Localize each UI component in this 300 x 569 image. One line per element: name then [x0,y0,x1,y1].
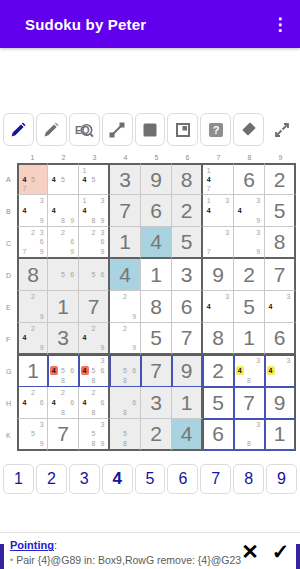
pencil-marks: 37 [204,228,232,256]
row-label: G [4,355,17,387]
mark-slot [112,366,120,375]
mark-slot: 5 [121,430,129,438]
hint-accept-button[interactable]: ✓ [272,541,290,562]
cell-value: 7 [265,259,294,290]
cell-A6[interactable]: 8 [172,163,203,195]
cell-E5[interactable]: 8 [141,291,172,323]
cell-value: 8 [172,165,201,194]
col-label: 6 [172,150,203,163]
pencil-marks: 34 [266,356,293,385]
cell-H9[interactable]: 9 [265,387,296,419]
cell-B8[interactable]: 349 [234,195,265,227]
col-label: 1 [17,150,48,163]
pen-tool-button[interactable] [3,113,34,146]
mark-slot [205,293,213,302]
mark-slot [112,312,120,321]
mark-slot [38,176,46,184]
cell-value: 4 [172,419,201,449]
mark-slot: 5 [59,270,67,279]
cell-E8[interactable]: 5 [234,291,265,323]
cell-G3[interactable]: 34568 [79,355,110,387]
mark-slot [254,430,262,438]
mark-slot [214,216,222,225]
cell-A5[interactable]: 9 [141,163,172,195]
mark-slot [99,389,107,398]
expand-arrows-icon [272,120,292,140]
mark-slot: 7 [205,247,213,255]
cell-D3[interactable]: 56 [79,259,110,291]
numpad-button-3[interactable]: 3 [69,464,100,494]
mark-slot: 6 [130,398,138,407]
toolbar: EQ ? [0,113,300,146]
mark-slot [245,421,253,429]
mark-slot [21,325,29,333]
mark-slot [59,247,67,255]
mark-slot [21,238,29,246]
mark-slot: 4 [267,366,275,375]
mark-slot [38,185,46,193]
cell-G7[interactable]: 2 [203,355,234,387]
mark-slot [99,167,107,175]
cell-F3[interactable]: 249 [79,323,110,355]
mark-slot [21,430,29,438]
mark-slot [29,408,37,417]
mark-slot [29,398,37,407]
mark-slot: 6 [99,398,107,407]
mark-slot [112,302,120,311]
mark-slot [38,167,46,175]
pencil-marks: 34 [266,292,293,321]
mark-slot [130,334,138,342]
mark-slot [223,312,231,321]
cell-B6[interactable]: 2 [172,195,203,227]
cell-value: 6 [172,291,201,322]
search-eq-icon: EQ [73,120,95,140]
cell-G9[interactable]: 34 [265,355,296,387]
cell-H3[interactable]: 2468 [79,387,110,419]
cell-D6[interactable]: 3 [172,259,203,291]
cell-E1[interactable]: 29 [17,291,48,323]
mark-slot: 4 [81,176,89,184]
pencil-marks: 348 [235,356,263,385]
eraser-icon [239,120,259,140]
mark-slot: 3 [99,357,107,366]
mark-slot [21,408,29,417]
mark-slot: 9 [38,247,46,255]
sudoku-board: 123456789A4574514539814762B3494891348976… [4,150,300,451]
mark-slot [130,357,138,366]
mark-slot [130,421,138,429]
cell-value: 9 [265,387,294,418]
hint-technique-link[interactable]: Pointing [10,539,54,551]
cell-F4[interactable]: 29 [110,323,141,355]
mark-slot [112,293,120,302]
mark-slot: 4 [205,206,213,215]
mark-slot: 4 [81,334,89,342]
cell-H7[interactable]: 5 [203,387,234,419]
mark-slot [90,343,98,351]
cell-C8[interactable]: 39 [234,227,265,259]
mark-slot: 9 [68,216,76,225]
mark-slot: 6 [99,238,107,246]
mark-slot: 4 [21,176,29,184]
cell-K2[interactable]: 7 [48,419,79,451]
mark-slot [29,206,37,215]
cell-value: 7 [234,387,264,418]
mark-slot [38,325,46,333]
cell-value: 5 [234,291,264,322]
numpad-button-2[interactable]: 2 [36,464,67,494]
mark-slot: 3 [99,229,107,237]
cell-B1[interactable]: 349 [17,195,48,227]
cell-K3[interactable]: 3589 [79,419,110,451]
cell-E2[interactable]: 1 [48,291,79,323]
mark-slot [214,197,222,206]
mark-slot [21,216,29,225]
cell-value: 8 [19,259,47,290]
cell-G2[interactable]: 4568 [48,355,79,387]
mark-slot [214,302,222,311]
cell-A3[interactable]: 145 [79,163,110,195]
mark-slot: 9 [130,343,138,351]
mark-slot [29,421,37,429]
mark-slot: 2 [90,229,98,237]
mark-slot: 2 [29,293,37,302]
mark-slot [236,439,244,447]
mark-slot: 1 [81,167,89,175]
mark-slot [50,408,58,417]
mark-slot [90,357,98,366]
mark-slot: 4 [21,206,29,215]
cell-A4[interactable]: 3 [110,163,141,195]
pencil-marks: 3589 [80,420,107,448]
cell-K8[interactable]: 38 [234,419,265,451]
pencil-marks: 359 [20,420,46,448]
pencil-marks: 2468 [80,388,107,417]
mark-slot: 2 [59,389,67,398]
cell-E9[interactable]: 34 [265,291,296,323]
mark-slot [276,293,284,302]
mark-slot [81,280,89,289]
cell-value: 1 [19,355,47,386]
hint-detail: Pair {4}@G89 in: Box9,RowG remove: {4}@G… [16,554,241,567]
hint-tool-button[interactable]: ? [200,113,231,146]
cell-G8[interactable]: 348 [234,355,265,387]
mark-slot [90,261,98,270]
cell-K4[interactable]: 58 [110,419,141,451]
mark-slot: 4 [50,366,58,375]
pencil-tool-button[interactable] [36,113,67,146]
cell-F2[interactable]: 3 [48,323,79,355]
mark-slot [223,167,231,175]
cell-value: 3 [110,165,140,194]
mark-slot [276,312,284,321]
mark-slot [254,206,262,215]
app-title: Sudoku by Peter [25,16,268,33]
mark-slot [236,430,244,438]
mark-slot: 4 [236,366,244,375]
mark-slot [285,312,293,321]
mark-slot: 3 [38,197,46,206]
mark-slot [21,421,29,429]
numpad-button-5[interactable]: 5 [135,464,166,494]
mark-slot [236,229,244,237]
mark-slot [81,247,89,255]
numpad-button-1[interactable]: 1 [3,464,34,494]
mark-slot [112,439,120,447]
cell-value: 6 [234,165,264,194]
cell-value: 5 [172,227,201,257]
mark-slot [205,238,213,246]
mark-slot [81,270,89,279]
pencil-marks: 145 [80,166,107,193]
cell-D5[interactable]: 1 [141,259,172,291]
cell-H6[interactable]: 1 [172,387,203,419]
mark-slot [112,398,120,407]
cell-B4[interactable]: 7 [110,195,141,227]
mark-slot: 4 [205,302,213,311]
mark-slot: 6 [130,366,138,375]
mark-slot [214,238,222,246]
cell-C2[interactable]: 269 [48,227,79,259]
mark-slot [21,167,29,175]
mark-slot: 9 [99,439,107,447]
mark-slot [236,216,244,225]
app-bar: Sudoku by Peter ⋮ [0,0,300,48]
cell-value: 3 [172,259,201,290]
mark-slot: 5 [90,366,98,375]
hint-reject-button[interactable]: ✕ [241,541,259,562]
mark-slot: 3 [99,197,107,206]
cell-A9[interactable]: 2 [265,163,296,195]
expand-tool-button[interactable] [266,113,297,146]
mark-slot [29,247,37,255]
mark-slot: 2 [90,389,98,398]
cell-B2[interactable]: 489 [48,195,79,227]
mark-slot [223,247,231,255]
mark-slot [223,302,231,311]
mark-slot [276,357,284,366]
mark-slot: 6 [38,238,46,246]
cell-G5[interactable]: 7 [141,355,172,387]
cell-D8[interactable]: 2 [234,259,265,291]
eraser-tool-button[interactable] [233,113,264,146]
mark-slot [267,376,275,385]
cell-value: 7 [48,419,78,449]
mark-slot: 2 [121,293,129,302]
mark-slot [50,247,58,255]
cell-K7[interactable]: 6 [203,419,234,451]
cell-H1[interactable]: 246 [17,387,48,419]
mark-slot [81,408,89,417]
mark-slot [68,185,76,193]
mark-slot [236,357,244,366]
cell-value: 1 [110,227,140,257]
mark-slot [68,376,76,385]
pencil-marks: 34 [204,292,232,321]
cell-D7[interactable]: 9 [203,259,234,291]
mark-slot [121,389,129,398]
cell-D2[interactable]: 56 [48,259,79,291]
cell-F8[interactable]: 1 [234,323,265,355]
cell-C6[interactable]: 5 [172,227,203,259]
row-label: A [4,163,17,195]
mark-slot [214,167,222,175]
cell-C4[interactable]: 1 [110,227,141,259]
mark-slot [205,216,213,225]
numpad-button-8[interactable]: 8 [233,464,264,494]
col-label: 5 [141,150,172,163]
cell-H2[interactable]: 2468 [48,387,79,419]
cell-H8[interactable]: 7 [234,387,265,419]
cell-G6[interactable]: 9 [172,355,203,387]
cell-H4[interactable]: 68 [110,387,141,419]
cell-B9[interactable]: 5 [265,195,296,227]
cell-C7[interactable]: 37 [203,227,234,259]
cell-A8[interactable]: 6 [234,163,265,195]
cell-D9[interactable]: 7 [265,259,296,291]
mark-slot [245,366,253,375]
mark-slot [205,229,213,237]
mark-slot [50,216,58,225]
mark-slot: 9 [38,439,46,447]
cell-B3[interactable]: 13489 [79,195,110,227]
mark-slot [112,389,120,398]
mark-slot [205,312,213,321]
cell-H5[interactable]: 3 [141,387,172,419]
mark-slot: 3 [254,421,262,429]
mark-slot: 8 [121,408,129,417]
mark-slot [21,389,29,398]
mark-slot: 2 [29,389,37,398]
mark-slot [223,216,231,225]
mark-slot [90,334,98,342]
mark-slot [50,389,58,398]
numpad-button-9[interactable]: 9 [266,464,297,494]
mark-slot [68,197,76,206]
mark-slot [21,197,29,206]
mark-slot: 6 [38,398,46,407]
cell-F7[interactable]: 8 [203,323,234,355]
cell-C1[interactable]: 23679 [17,227,48,259]
numpad-button-4[interactable]: 4 [102,464,133,494]
cell-G4[interactable]: 568 [110,355,141,387]
cell-D1[interactable]: 8 [17,259,48,291]
cell-value: 8 [203,323,233,353]
mark-slot [59,261,67,270]
col-label: 4 [110,150,141,163]
mark-slot [130,293,138,302]
mark-slot: 8 [245,439,253,447]
cell-G1[interactable]: 1 [17,355,48,387]
mark-slot: 9 [254,247,262,255]
mark-slot [254,376,262,385]
cell-C9[interactable]: 8 [265,227,296,259]
cell-K1[interactable]: 359 [17,419,48,451]
cell-F1[interactable]: 249 [17,323,48,355]
mark-slot: 6 [68,366,76,375]
cell-value: 2 [265,165,294,194]
cell-A2[interactable]: 45 [48,163,79,195]
numpad-button-6[interactable]: 6 [167,464,198,494]
chain-tool-button[interactable] [102,113,133,146]
cell-A1[interactable]: 457 [17,163,48,195]
mark-slot [236,376,244,385]
mark-slot [214,176,222,184]
search-tool-button[interactable]: EQ [69,113,100,146]
mark-slot [112,334,120,342]
mark-slot: 3 [254,357,262,366]
cell-F5[interactable]: 5 [141,323,172,355]
mark-slot: 5 [59,176,67,184]
mark-slot [214,229,222,237]
cell-value: 2 [172,195,201,226]
cell-E4[interactable]: 29 [110,291,141,323]
mark-slot [21,312,29,321]
cell-E6[interactable]: 6 [172,291,203,323]
mark-slot [81,261,89,270]
filled-square-icon [140,120,160,140]
cell-F9[interactable]: 6 [265,323,296,355]
cell-E7[interactable]: 34 [203,291,234,323]
numpad-button-7[interactable]: 7 [200,464,231,494]
cell-A7[interactable]: 147 [203,163,234,195]
mark-slot [50,376,58,385]
cell-D4[interactable]: 4 [110,259,141,291]
mark-slot [121,302,129,311]
mark-slot: 9 [99,343,107,351]
cell-K9[interactable]: 1 [265,419,296,451]
mark-slot [21,302,29,311]
cell-B7[interactable]: 134 [203,195,234,227]
fill-tool-button[interactable] [135,113,166,146]
mark-slot [245,247,253,255]
mark-slot [99,176,107,184]
mark-slot: 6 [68,398,76,407]
cell-C3[interactable]: 2369 [79,227,110,259]
mark-slot: 8 [121,376,129,385]
memo-tool-button[interactable] [167,113,198,146]
mark-slot [236,421,244,429]
overflow-menu-icon[interactable]: ⋮ [268,14,292,35]
pencil-marks: 2468 [49,388,77,417]
cell-value: 7 [172,323,201,353]
mark-slot [90,238,98,246]
mark-slot [29,216,37,225]
mark-slot: 3 [38,421,46,429]
mark-slot: 3 [285,357,293,366]
mark-slot: 9 [99,216,107,225]
mark-slot: 4 [81,366,89,375]
pencil-marks: 23679 [20,228,46,256]
mark-slot [68,229,76,237]
bottom-left-accent [0,544,4,569]
mark-slot: 6 [99,270,107,279]
cell-F6[interactable]: 7 [172,323,203,355]
mark-slot [99,430,107,438]
cell-K6[interactable]: 4 [172,419,203,451]
mark-slot: 8 [59,408,67,417]
mark-slot [68,357,76,366]
cell-C5[interactable]: 4 [141,227,172,259]
cell-B5[interactable]: 6 [141,195,172,227]
cell-K5[interactable]: 2 [141,419,172,451]
mark-slot: 3 [254,197,262,206]
mark-slot [223,238,231,246]
cell-E3[interactable]: 7 [79,291,110,323]
mark-slot [121,357,129,366]
mark-slot: 9 [254,216,262,225]
